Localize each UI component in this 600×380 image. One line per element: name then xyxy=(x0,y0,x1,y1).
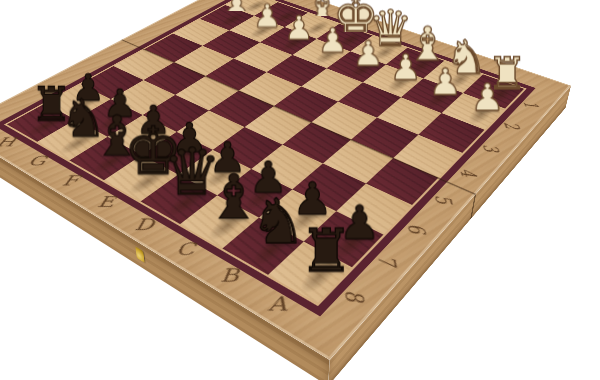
black-rook-glyph: ♜ xyxy=(280,220,373,280)
brass-latch xyxy=(135,246,144,263)
white-pawn-glyph: ♟ xyxy=(452,78,523,116)
chess-board: HGFEDCBA 87654321 ♜♟♟♜♞♟♟♞♝♟♟♝♚♟♟♚♛♟♟♛♝♟… xyxy=(0,0,571,360)
pieces-layer: ♜♟♟♜♞♟♟♞♝♟♟♝♚♟♟♚♛♟♟♛♝♟♟♝♞♟♟♞♜♟♟♜ xyxy=(7,0,524,303)
fold-seam-edge xyxy=(470,194,476,220)
product-photo-scene: HGFEDCBA 87654321 ♜♟♟♜♞♟♟♞♝♟♟♝♚♟♟♚♛♟♟♛♝♟… xyxy=(0,0,600,380)
